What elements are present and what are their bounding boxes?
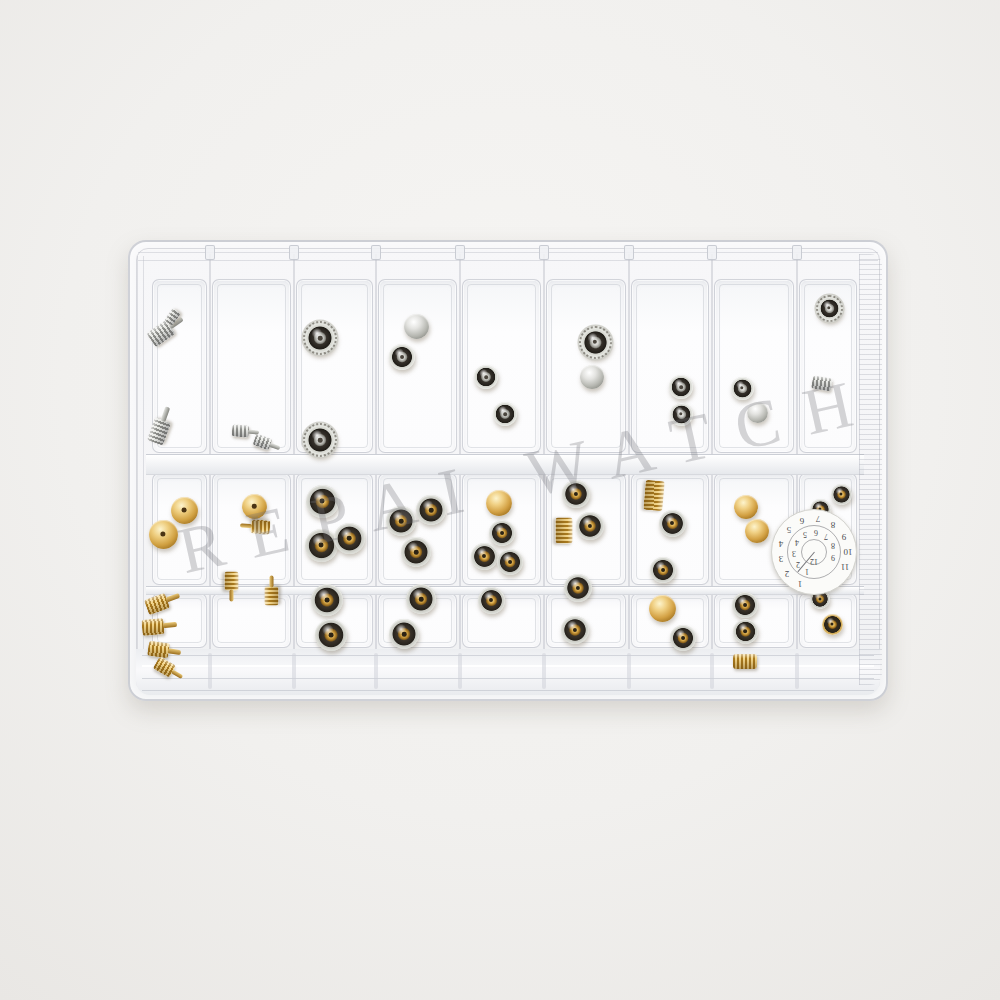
tray-compartment [212,593,291,648]
row-divider-wall [146,586,864,595]
watch-crown [141,618,164,636]
gauge-number: 4 [795,538,799,546]
watch-crown [733,654,757,669]
front-wall-tab [627,653,631,689]
watch-crown [306,485,339,518]
gauge-number: 5 [803,530,807,538]
watch-crown [745,519,769,543]
tray-compartment [378,279,457,453]
gauge-number: 8 [831,519,836,528]
gauge-number: 3 [792,549,796,557]
product-photo: 123456789101112345678912 REPAI WATCH [0,0,1000,1000]
gauge-number: 3 [778,554,783,563]
tray-compartment [212,279,291,453]
front-wall-rib [142,655,874,656]
divider-tab [624,245,634,260]
gauge-number: 6 [800,516,805,525]
watch-crown [493,402,517,426]
watch-crown [670,403,693,426]
gauge-number: 1 [805,567,809,575]
watch-crown [811,375,833,391]
watch-crown [561,616,589,644]
tray-compartment [631,279,709,453]
watch-crown [303,321,337,355]
watch-crown [732,592,758,618]
gauge-number: 9 [831,553,835,561]
watch-crown [149,520,178,549]
front-wall-tab [208,653,212,689]
watch-crown [643,479,665,511]
tray-front-wall [136,649,880,695]
front-wall-tab [374,653,378,689]
gauge-number: 6 [814,528,818,536]
watch-crown [580,365,604,389]
watch-crown [576,512,604,540]
watch-crown [315,619,347,651]
watch-crown [562,480,590,508]
watch-crown [389,619,419,649]
watch-crown [747,402,768,423]
row-divider-wall [146,454,864,475]
watch-crown [649,595,676,622]
watch-crown [816,295,843,322]
gauge-number: 8 [831,541,835,549]
watch-crown [733,619,758,644]
watch-crown [489,520,515,546]
watch-crown [474,365,498,389]
watch-crown [659,510,686,537]
gauge-number: 2 [796,560,800,568]
tray-compartment [714,279,794,453]
watch-crown [224,572,238,591]
watch-crown [831,484,852,505]
watch-crown [731,377,754,400]
watch-crown [171,497,198,524]
tray-compartment [462,279,541,453]
tray-left-edge-line [137,256,138,685]
tray-top-edge-line [138,252,878,253]
gauge-number: 1 [797,578,802,587]
watch-crown [334,523,365,554]
divider-tab [792,245,802,260]
front-wall-tab [292,653,296,689]
watch-crown [401,537,431,567]
watch-crown [416,495,446,525]
front-wall-rib [142,690,874,691]
front-wall-rib [142,665,874,667]
watch-crown [305,529,338,562]
watch-crown [406,584,436,614]
watch-crown [497,549,523,575]
watch-crown [556,517,573,543]
tray-right-wall [859,254,882,685]
front-wall-tab [458,653,462,689]
watch-crown [311,584,343,616]
tray-top-edge-line [138,260,878,261]
gauge-number: 2 [785,568,790,577]
watch-crown [250,519,270,535]
watch-crown [670,625,696,651]
watch-crown [147,640,170,658]
front-wall-tab [795,653,799,689]
gauge-number: 7 [824,532,828,540]
gauge-number: 10 [843,546,852,555]
watch-crown [669,375,693,399]
watch-crown [471,543,498,570]
watch-crown [486,490,512,516]
front-wall-tab [710,653,714,689]
watch-crown [389,344,415,370]
watch-crown [386,506,416,536]
watch-crown [564,574,592,602]
front-wall-tab [542,653,546,689]
watch-crown [231,424,249,437]
gauge-number: 5 [787,524,792,533]
gauge-number: 7 [816,514,821,523]
divider-tab [539,245,549,260]
divider-tab [371,245,381,260]
parts-tray [128,240,888,701]
watch-crown [734,495,758,519]
front-wall-rib [142,678,874,679]
gauge-number: 11 [840,562,849,571]
gauge-center-label: 12 [810,557,818,566]
watch-crown [264,587,278,606]
divider-tab [455,245,465,260]
gauge-number: 4 [779,538,784,547]
divider-tab [205,245,215,260]
watch-crown [650,557,676,583]
watch-crown [579,326,612,359]
gauge-number: 9 [841,531,846,540]
watch-crown [242,494,267,519]
watch-crown [478,587,505,614]
watch-crown [822,614,843,635]
divider-tab [707,245,717,260]
watch-crown [303,423,337,457]
watch-crown [404,314,429,339]
divider-tab [289,245,299,260]
crown-size-gauge: 123456789101112345678912 [771,509,857,595]
